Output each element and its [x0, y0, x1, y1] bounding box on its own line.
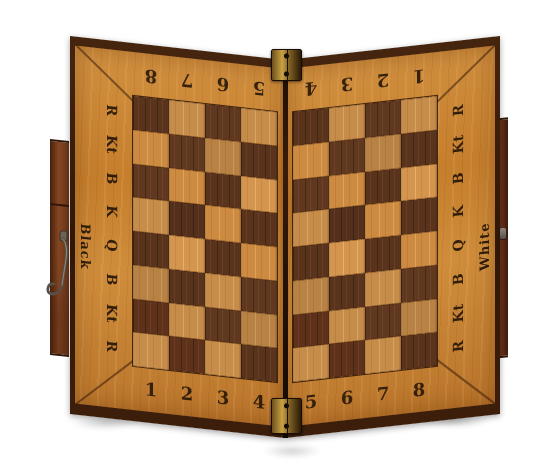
- board-square: [169, 269, 205, 307]
- board-square: [365, 269, 401, 307]
- piece-letter: R: [441, 332, 475, 362]
- board-square: [205, 205, 241, 243]
- piece-letter: R: [95, 332, 129, 362]
- board-square: [365, 100, 401, 138]
- board-square: [293, 311, 329, 349]
- board-square: [205, 239, 241, 277]
- board-square: [329, 205, 365, 243]
- piece-letter: R: [95, 96, 129, 126]
- piece-letters-right: RKtBKQBKtR: [445, 92, 471, 365]
- brass-hinge-top: [271, 49, 302, 81]
- hook-clasp: [44, 225, 74, 307]
- board-square: [169, 201, 205, 239]
- piece-letter: Kt: [95, 129, 129, 159]
- board-square: [401, 332, 437, 370]
- rank-number: 6: [205, 60, 241, 108]
- board-square: [205, 340, 241, 378]
- rank-number: 7: [169, 56, 205, 104]
- board-square: [401, 197, 437, 235]
- board-square: [169, 302, 205, 340]
- board-square: [133, 96, 169, 134]
- board-square: [401, 231, 437, 269]
- piece-letter: B: [441, 264, 475, 294]
- board-square: [401, 265, 437, 303]
- piece-letter: Q: [441, 231, 475, 261]
- board-right-leaf: 4321 5678 RKtBKQBKtR White: [285, 36, 500, 438]
- piece-letter: Kt: [441, 129, 475, 159]
- piece-letter: Kt: [95, 298, 129, 328]
- board-square: [293, 277, 329, 315]
- board-square: [293, 344, 329, 382]
- board-square: [133, 130, 169, 168]
- board-square: [365, 235, 401, 273]
- piece-letter: B: [95, 163, 129, 193]
- board-square: [293, 209, 329, 247]
- board-square: [241, 108, 277, 146]
- board-square: [169, 134, 205, 172]
- board-square: [365, 336, 401, 374]
- white-side-label: White: [472, 185, 496, 308]
- rank-number: 8: [401, 366, 437, 414]
- board-square: [241, 243, 277, 281]
- board-square: [293, 176, 329, 214]
- board-square: [329, 239, 365, 277]
- board-square: [241, 176, 277, 214]
- board-square: [365, 167, 401, 205]
- piece-letter: K: [95, 197, 129, 227]
- board-square: [329, 104, 365, 142]
- maple-border-left: 8765 1234 RKtBKQBKtR Black: [75, 45, 283, 426]
- piece-letter: R: [441, 96, 475, 126]
- board-square: [205, 307, 241, 345]
- board-square: [365, 302, 401, 340]
- floor-shadow: [262, 444, 322, 458]
- rank-number: 7: [365, 370, 401, 418]
- board-square: [365, 201, 401, 239]
- maple-border-right: 4321 5678 RKtBKQBKtR White: [287, 45, 495, 426]
- board-square: [293, 108, 329, 146]
- black-side-label: Black: [74, 185, 98, 308]
- board-square: [241, 209, 277, 247]
- board-square: [169, 235, 205, 273]
- piece-letter: B: [95, 264, 129, 294]
- rank-number: 2: [365, 56, 401, 104]
- piece-letter: Kt: [441, 298, 475, 328]
- board-square: [329, 307, 365, 345]
- miter-seam: [434, 358, 495, 405]
- board-square: [205, 273, 241, 311]
- board-square: [241, 311, 277, 349]
- piece-letter: Q: [95, 231, 129, 261]
- folding-chessboard-photo: 8765 1234 RKtBKQBKtR Black 4321 5678 RKt…: [0, 0, 550, 470]
- board-square: [401, 298, 437, 336]
- centre-fold-seam: [283, 58, 288, 438]
- board-square: [133, 231, 169, 269]
- board-square: [169, 167, 205, 205]
- board-square: [241, 344, 277, 382]
- piece-letters-left: RKtBKQBKtR: [99, 92, 125, 365]
- latch-pin: [500, 228, 506, 239]
- board-square: [241, 277, 277, 315]
- board-square: [329, 138, 365, 176]
- board-square: [241, 142, 277, 180]
- board-square: [401, 96, 437, 134]
- board-square: [293, 243, 329, 281]
- board-square: [365, 134, 401, 172]
- board-square: [169, 100, 205, 138]
- board-square: [133, 298, 169, 336]
- piece-letter: K: [441, 197, 475, 227]
- board-square: [205, 138, 241, 176]
- board-square: [133, 163, 169, 201]
- rank-number: 1: [401, 52, 437, 100]
- board-square: [293, 142, 329, 180]
- piece-letter: B: [441, 163, 475, 193]
- rank-number: 2: [169, 370, 205, 418]
- board-square: [329, 273, 365, 311]
- board-square: [133, 265, 169, 303]
- board-square: [133, 197, 169, 235]
- board-square: [401, 163, 437, 201]
- rank-number: 1: [133, 366, 169, 414]
- board-square: [329, 172, 365, 210]
- rank-number: 8: [133, 52, 169, 100]
- board-left-leaf: 8765 1234 RKtBKQBKtR Black: [70, 36, 285, 438]
- rank-number: 3: [329, 60, 365, 108]
- board-square: [169, 336, 205, 374]
- brass-hinge-bottom: [271, 398, 302, 434]
- rank-number: 3: [205, 374, 241, 422]
- miter-seam: [75, 358, 136, 405]
- board-square: [329, 340, 365, 378]
- rank-number: 6: [329, 374, 365, 422]
- checker-field-right: [293, 96, 437, 382]
- board-square: [205, 172, 241, 210]
- board-square: [401, 130, 437, 168]
- checker-field-left: [133, 96, 277, 382]
- board-square: [133, 332, 169, 370]
- board-square: [205, 104, 241, 142]
